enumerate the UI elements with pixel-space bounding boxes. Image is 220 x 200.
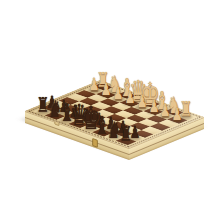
product-photo: ♜♟♞♟♝♟♛♟♚♟♝♟♟♜♞♟♟♞♜♟♟♝♟♛♟♚♟♝♟♞♟♜ [0, 0, 220, 200]
clasp [92, 137, 97, 147]
